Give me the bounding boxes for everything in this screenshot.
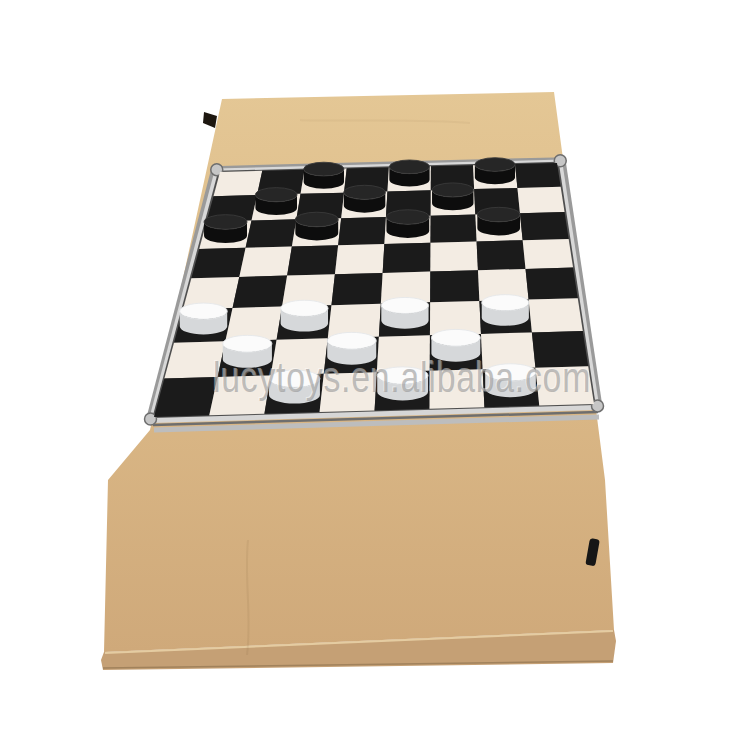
white-checker-r6c7 [482,295,529,326]
square-r4c3-dark [287,245,338,275]
left-hinge-latch [203,112,217,128]
black-checker-r3c3 [295,212,338,240]
black-checker-r1c3 [304,162,344,189]
black-checker-r2c6 [432,183,473,210]
product-photo: lucytoys.en.alibaba.comlucytoys.en.aliba… [0,0,750,750]
checkers-board-scene: lucytoys.en.alibaba.comlucytoys.en.aliba… [0,0,750,750]
square-r1c1-light [213,171,262,196]
square-r3c6-dark [430,214,476,242]
black-checker-r1c7 [475,158,515,184]
square-r3c8-dark [520,212,569,240]
square-r4c5-dark [383,243,431,273]
square-r5c4-dark [331,273,382,305]
black-checker-r2c2 [255,188,297,215]
square-r5c8-dark [526,268,578,300]
square-r4c4-light [335,244,384,274]
square-r4c6-light [430,241,478,271]
black-checker-r1c5 [389,160,429,187]
square-r6c8-light [529,298,583,332]
square-r1c8-dark [515,163,561,188]
square-r5c6-dark [430,270,479,302]
square-r2c8-light [517,187,564,213]
black-checker-r3c1 [204,215,247,243]
square-r4c7-dark [477,240,526,270]
square-r3c4-dark [338,217,386,245]
square-r4c1-dark [191,248,245,278]
white-checker-r6c1 [180,303,227,334]
square-r4c2-light [239,247,292,277]
watermark-text: lucytoys.en.alibaba.com [213,354,591,401]
square-r3c2-dark [246,219,297,247]
black-checker-r3c5 [386,210,429,238]
square-r8c1-dark [154,377,218,417]
black-checker-r2c4 [344,185,386,212]
square-r4c8-light [523,239,573,269]
black-checker-r3c7 [477,207,520,235]
white-checker-r6c3 [281,300,328,331]
white-checker-r6c5 [381,297,428,328]
square-r5c2-dark [233,276,288,308]
